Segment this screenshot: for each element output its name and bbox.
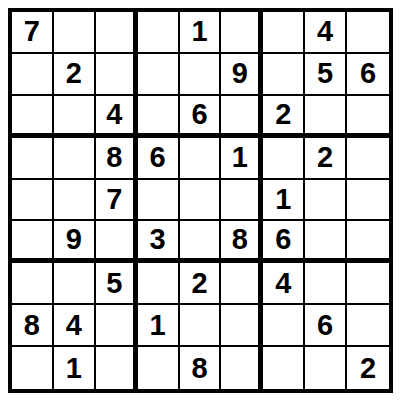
cell-r8c2-given[interactable]: 4	[54, 305, 96, 347]
cell-r2c1-empty[interactable]	[12, 54, 54, 96]
cell-r4c6-given[interactable]: 1	[221, 138, 263, 180]
cell-r4c8-given[interactable]: 2	[305, 138, 347, 180]
cell-r9c4-empty[interactable]	[138, 347, 180, 389]
cell-r6c1-empty[interactable]	[12, 221, 54, 263]
cell-r3c2-empty[interactable]	[54, 96, 96, 138]
cell-r4c9-empty[interactable]	[347, 138, 389, 180]
cell-r3c5-given[interactable]: 6	[180, 96, 222, 138]
cell-r1c4-empty[interactable]	[138, 12, 180, 54]
cell-r2c5-empty[interactable]	[180, 54, 222, 96]
cell-r5c8-empty[interactable]	[305, 180, 347, 222]
cell-r6c8-empty[interactable]	[305, 221, 347, 263]
cell-r2c2-given[interactable]: 2	[54, 54, 96, 96]
cell-r8c9-empty[interactable]	[347, 305, 389, 347]
cell-r8c8-given[interactable]: 6	[305, 305, 347, 347]
cell-r1c3-empty[interactable]	[96, 12, 138, 54]
cell-r1c2-empty[interactable]	[54, 12, 96, 54]
cell-r6c9-empty[interactable]	[347, 221, 389, 263]
cell-r6c7-given[interactable]: 6	[263, 221, 305, 263]
cell-r6c4-given[interactable]: 3	[138, 221, 180, 263]
cell-r3c1-empty[interactable]	[12, 96, 54, 138]
cell-r7c9-empty[interactable]	[347, 263, 389, 305]
page: 714295646286127193865248416182	[0, 0, 400, 400]
cell-r4c5-empty[interactable]	[180, 138, 222, 180]
cell-r8c5-empty[interactable]	[180, 305, 222, 347]
cell-r9c5-given[interactable]: 8	[180, 347, 222, 389]
cell-r7c8-empty[interactable]	[305, 263, 347, 305]
cell-r6c2-given[interactable]: 9	[54, 221, 96, 263]
cell-r8c4-given[interactable]: 1	[138, 305, 180, 347]
cell-r6c5-empty[interactable]	[180, 221, 222, 263]
cell-r5c7-given[interactable]: 1	[263, 180, 305, 222]
cell-r9c9-given[interactable]: 2	[347, 347, 389, 389]
cell-r3c6-empty[interactable]	[221, 96, 263, 138]
cell-r1c9-empty[interactable]	[347, 12, 389, 54]
cell-r8c1-given[interactable]: 8	[12, 305, 54, 347]
cell-r3c3-given[interactable]: 4	[96, 96, 138, 138]
cell-r1c7-empty[interactable]	[263, 12, 305, 54]
cell-r7c3-given[interactable]: 5	[96, 263, 138, 305]
cell-r3c4-empty[interactable]	[138, 96, 180, 138]
cell-r8c7-empty[interactable]	[263, 305, 305, 347]
cell-r7c4-empty[interactable]	[138, 263, 180, 305]
cell-r6c6-given[interactable]: 8	[221, 221, 263, 263]
cell-r5c4-empty[interactable]	[138, 180, 180, 222]
cell-r2c6-given[interactable]: 9	[221, 54, 263, 96]
cell-r3c9-empty[interactable]	[347, 96, 389, 138]
cell-r1c1-given[interactable]: 7	[12, 12, 54, 54]
cell-r5c6-empty[interactable]	[221, 180, 263, 222]
cell-r9c2-given[interactable]: 1	[54, 347, 96, 389]
cell-r4c4-given[interactable]: 6	[138, 138, 180, 180]
cell-r4c2-empty[interactable]	[54, 138, 96, 180]
cell-r7c6-empty[interactable]	[221, 263, 263, 305]
cell-r6c3-empty[interactable]	[96, 221, 138, 263]
cell-r8c3-empty[interactable]	[96, 305, 138, 347]
cell-r7c5-given[interactable]: 2	[180, 263, 222, 305]
sudoku-board: 714295646286127193865248416182	[8, 8, 393, 393]
cell-r5c1-empty[interactable]	[12, 180, 54, 222]
cell-r2c3-empty[interactable]	[96, 54, 138, 96]
cell-r4c7-empty[interactable]	[263, 138, 305, 180]
cell-r1c6-empty[interactable]	[221, 12, 263, 54]
cell-r7c2-empty[interactable]	[54, 263, 96, 305]
cell-r2c8-given[interactable]: 5	[305, 54, 347, 96]
cell-r1c8-given[interactable]: 4	[305, 12, 347, 54]
cell-r2c4-empty[interactable]	[138, 54, 180, 96]
cell-r9c6-empty[interactable]	[221, 347, 263, 389]
cell-r9c3-empty[interactable]	[96, 347, 138, 389]
cell-r9c1-empty[interactable]	[12, 347, 54, 389]
cell-r9c8-empty[interactable]	[305, 347, 347, 389]
cell-r2c7-empty[interactable]	[263, 54, 305, 96]
cell-r3c7-given[interactable]: 2	[263, 96, 305, 138]
cell-r7c1-empty[interactable]	[12, 263, 54, 305]
cell-r4c1-empty[interactable]	[12, 138, 54, 180]
cell-r5c3-given[interactable]: 7	[96, 180, 138, 222]
cell-r9c7-empty[interactable]	[263, 347, 305, 389]
cell-r5c2-empty[interactable]	[54, 180, 96, 222]
cell-r1c5-given[interactable]: 1	[180, 12, 222, 54]
cell-r3c8-empty[interactable]	[305, 96, 347, 138]
cell-r2c9-given[interactable]: 6	[347, 54, 389, 96]
cell-r8c6-empty[interactable]	[221, 305, 263, 347]
cell-r5c9-empty[interactable]	[347, 180, 389, 222]
cell-r4c3-given[interactable]: 8	[96, 138, 138, 180]
cell-r7c7-given[interactable]: 4	[263, 263, 305, 305]
cell-r5c5-empty[interactable]	[180, 180, 222, 222]
